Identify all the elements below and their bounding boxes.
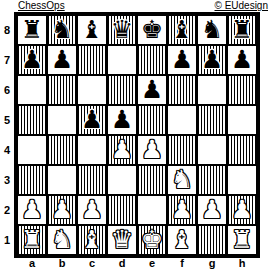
square-h2[interactable]: ♟ [227,195,257,225]
square-b2[interactable]: ♟ [47,195,77,225]
square-f6[interactable] [167,75,197,105]
rank-label-8: 8 [0,15,14,45]
file-label-e: e [137,257,167,269]
square-d8[interactable]: ♛ [107,15,137,45]
square-g1[interactable] [197,225,227,255]
square-b6[interactable] [47,75,77,105]
square-h4[interactable] [227,135,257,165]
white-bishop-piece: ♝ [81,226,103,254]
chess-board: ♜♞♝♛♚♝♞♜♟♟♟♟♟♟♟♟♟♟♞♟♟♟♟♟♟♜♞♝♛♚♝♜ [14,12,260,258]
square-e1[interactable]: ♚ [137,225,167,255]
rank-label-2: 2 [0,195,14,225]
black-pawn-piece: ♟ [141,76,163,104]
square-f1[interactable]: ♝ [167,225,197,255]
square-b8[interactable]: ♞ [47,15,77,45]
white-pawn-piece: ♟ [111,136,133,164]
square-c6[interactable] [77,75,107,105]
black-king-piece: ♚ [141,16,163,44]
black-pawn-piece: ♟ [21,46,43,74]
square-d7[interactable] [107,45,137,75]
black-pawn-piece: ♟ [81,106,103,134]
white-rook-piece: ♜ [21,226,43,254]
rank-label-4: 4 [0,135,14,165]
white-queen-piece: ♛ [111,226,133,254]
black-pawn-piece: ♟ [231,46,253,74]
square-c3[interactable] [77,165,107,195]
square-h6[interactable] [227,75,257,105]
square-h3[interactable] [227,165,257,195]
rank-label-3: 3 [0,165,14,195]
square-d1[interactable]: ♛ [107,225,137,255]
square-f4[interactable] [167,135,197,165]
square-g3[interactable] [197,165,227,195]
square-d6[interactable] [107,75,137,105]
square-a1[interactable]: ♜ [17,225,47,255]
square-g2[interactable]: ♟ [197,195,227,225]
white-knight-piece: ♞ [51,226,73,254]
square-e4[interactable]: ♟ [137,135,167,165]
chess-diagram-page: ChessOps © EUdesign 87654321 ♜♞♝♛♚♝♞♜♟♟♟… [0,0,270,270]
square-f5[interactable] [167,105,197,135]
white-pawn-piece: ♟ [171,196,193,224]
square-a5[interactable] [17,105,47,135]
black-bishop-piece: ♝ [171,16,193,44]
black-knight-piece: ♞ [51,16,73,44]
square-a3[interactable] [17,165,47,195]
square-d5[interactable]: ♟ [107,105,137,135]
square-g7[interactable]: ♟ [197,45,227,75]
rank-label-7: 7 [0,45,14,75]
white-king-piece: ♚ [141,226,163,254]
square-c1[interactable]: ♝ [77,225,107,255]
white-rook-piece: ♜ [231,226,253,254]
black-queen-piece: ♛ [111,16,133,44]
square-c4[interactable] [77,135,107,165]
black-knight-piece: ♞ [201,16,223,44]
square-c2[interactable]: ♟ [77,195,107,225]
square-c8[interactable]: ♝ [77,15,107,45]
square-e2[interactable] [137,195,167,225]
header-bar: ChessOps © EUdesign [0,0,270,12]
square-a7[interactable]: ♟ [17,45,47,75]
credit-link[interactable]: © EUdesign [214,0,268,11]
square-a8[interactable]: ♜ [17,15,47,45]
square-a2[interactable]: ♟ [17,195,47,225]
file-label-b: b [47,257,77,269]
black-rook-piece: ♜ [21,16,43,44]
square-e6[interactable]: ♟ [137,75,167,105]
black-rook-piece: ♜ [231,16,253,44]
square-g4[interactable] [197,135,227,165]
white-pawn-piece: ♟ [81,196,103,224]
square-e8[interactable]: ♚ [137,15,167,45]
square-g5[interactable] [197,105,227,135]
file-label-c: c [77,257,107,269]
rank-label-5: 5 [0,105,14,135]
square-h1[interactable]: ♜ [227,225,257,255]
square-b4[interactable] [47,135,77,165]
black-pawn-piece: ♟ [201,46,223,74]
square-g8[interactable]: ♞ [197,15,227,45]
square-f3[interactable]: ♞ [167,165,197,195]
square-b5[interactable] [47,105,77,135]
square-c5[interactable]: ♟ [77,105,107,135]
black-pawn-piece: ♟ [171,46,193,74]
square-d3[interactable] [107,165,137,195]
white-pawn-piece: ♟ [21,196,43,224]
rank-label-6: 6 [0,75,14,105]
file-label-a: a [17,257,47,269]
white-pawn-piece: ♟ [141,136,163,164]
file-label-h: h [227,257,257,269]
white-pawn-piece: ♟ [231,196,253,224]
square-h8[interactable]: ♜ [227,15,257,45]
square-d2[interactable] [107,195,137,225]
square-e7[interactable] [137,45,167,75]
square-h7[interactable]: ♟ [227,45,257,75]
file-label-f: f [167,257,197,269]
square-d4[interactable]: ♟ [107,135,137,165]
white-knight-piece: ♞ [171,166,193,194]
square-f7[interactable]: ♟ [167,45,197,75]
square-h5[interactable] [227,105,257,135]
square-b3[interactable] [47,165,77,195]
white-pawn-piece: ♟ [51,196,73,224]
file-label-d: d [107,257,137,269]
square-a4[interactable] [17,135,47,165]
file-label-g: g [197,257,227,269]
square-f2[interactable]: ♟ [167,195,197,225]
square-a6[interactable] [17,75,47,105]
square-e5[interactable] [137,105,167,135]
square-f8[interactable]: ♝ [167,15,197,45]
rank-label-1: 1 [0,225,14,255]
square-b1[interactable]: ♞ [47,225,77,255]
white-pawn-piece: ♟ [201,196,223,224]
black-bishop-piece: ♝ [81,16,103,44]
app-title-link[interactable]: ChessOps [18,0,65,11]
square-b7[interactable]: ♟ [47,45,77,75]
square-e3[interactable] [137,165,167,195]
square-c7[interactable] [77,45,107,75]
black-pawn-piece: ♟ [111,106,133,134]
square-g6[interactable] [197,75,227,105]
white-bishop-piece: ♝ [171,226,193,254]
black-pawn-piece: ♟ [51,46,73,74]
